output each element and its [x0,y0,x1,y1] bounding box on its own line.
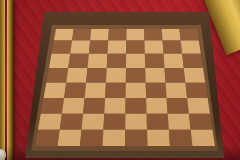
chess-board [0,0,240,160]
chess-scene [0,0,240,160]
captured-white-piece-edge [0,149,6,160]
